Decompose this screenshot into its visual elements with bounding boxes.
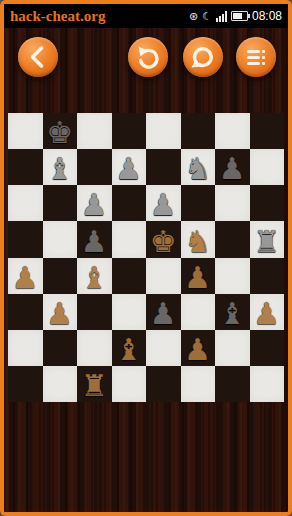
- undo-button[interactable]: [128, 37, 168, 77]
- white-pawn: ♟: [184, 334, 211, 366]
- square-e8[interactable]: [146, 113, 181, 149]
- square-c5[interactable]: ♟: [77, 221, 112, 257]
- square-b4[interactable]: [43, 258, 78, 294]
- square-c8[interactable]: [77, 113, 112, 149]
- undo-arrow-icon: [128, 37, 168, 77]
- signal-strength-icon: [216, 11, 227, 22]
- square-g8[interactable]: [215, 113, 250, 149]
- square-a1[interactable]: [8, 366, 43, 402]
- square-e1[interactable]: [146, 366, 181, 402]
- black-king: ♚: [46, 117, 73, 149]
- white-king: ♚: [150, 226, 177, 258]
- menu-button[interactable]: [236, 37, 276, 77]
- white-bishop: ♝: [115, 334, 142, 366]
- black-pawn: ♟: [219, 153, 246, 185]
- square-b8[interactable]: ♚: [43, 113, 78, 149]
- back-button[interactable]: [18, 37, 58, 77]
- white-rook: ♜: [81, 370, 108, 402]
- black-pawn: ♟: [81, 226, 108, 258]
- black-pawn: ♟: [115, 153, 142, 185]
- square-e7[interactable]: [146, 149, 181, 185]
- square-h4[interactable]: [250, 258, 285, 294]
- square-b2[interactable]: [43, 330, 78, 366]
- black-pawn: ♟: [81, 189, 108, 221]
- battery-icon: [231, 11, 248, 21]
- square-e2[interactable]: [146, 330, 181, 366]
- square-c4[interactable]: ♝: [77, 258, 112, 294]
- square-a6[interactable]: [8, 185, 43, 221]
- square-h3[interactable]: ♟: [250, 294, 285, 330]
- square-d5[interactable]: [112, 221, 147, 257]
- square-e5[interactable]: ♚: [146, 221, 181, 257]
- square-g2[interactable]: [215, 330, 250, 366]
- square-b1[interactable]: [43, 366, 78, 402]
- white-pawn: ♟: [12, 262, 39, 294]
- square-a5[interactable]: [8, 221, 43, 257]
- white-bishop: ♝: [81, 262, 108, 294]
- square-d7[interactable]: ♟: [112, 149, 147, 185]
- square-g3[interactable]: ♝: [215, 294, 250, 330]
- white-pawn: ♟: [184, 262, 211, 294]
- square-e6[interactable]: ♟: [146, 185, 181, 221]
- sync-circle-icon: ⊛: [189, 11, 198, 22]
- square-g5[interactable]: [215, 221, 250, 257]
- square-c3[interactable]: [77, 294, 112, 330]
- square-h2[interactable]: [250, 330, 285, 366]
- redo-button[interactable]: [183, 37, 223, 77]
- black-bishop: ♝: [46, 153, 73, 185]
- restart-arrow-icon: [183, 37, 223, 77]
- status-icons: ⊛ ☾ 08:08: [189, 9, 282, 23]
- square-h5[interactable]: ♜: [250, 221, 285, 257]
- square-a7[interactable]: [8, 149, 43, 185]
- black-bishop: ♝: [219, 298, 246, 330]
- square-c7[interactable]: [77, 149, 112, 185]
- square-h7[interactable]: [250, 149, 285, 185]
- square-g7[interactable]: ♟: [215, 149, 250, 185]
- square-h6[interactable]: [250, 185, 285, 221]
- square-f1[interactable]: [181, 366, 216, 402]
- square-g6[interactable]: [215, 185, 250, 221]
- square-c1[interactable]: ♜: [77, 366, 112, 402]
- square-e3[interactable]: ♟: [146, 294, 181, 330]
- moon-icon: ☾: [202, 11, 212, 22]
- black-rook: ♜: [253, 226, 280, 258]
- square-d3[interactable]: [112, 294, 147, 330]
- page-title: hack-cheat.org: [10, 8, 105, 25]
- chess-app-screen: hack-cheat.org ⊛ ☾ 08:08 ♚♝♟: [0, 0, 292, 516]
- square-b6[interactable]: [43, 185, 78, 221]
- square-h8[interactable]: [250, 113, 285, 149]
- chevron-left-icon: [18, 37, 58, 77]
- clock-time: 08:08: [252, 9, 282, 23]
- white-pawn: ♟: [46, 298, 73, 330]
- square-d6[interactable]: [112, 185, 147, 221]
- square-g1[interactable]: [215, 366, 250, 402]
- square-b3[interactable]: ♟: [43, 294, 78, 330]
- square-d2[interactable]: ♝: [112, 330, 147, 366]
- square-e4[interactable]: [146, 258, 181, 294]
- square-g4[interactable]: [215, 258, 250, 294]
- square-b7[interactable]: ♝: [43, 149, 78, 185]
- square-a8[interactable]: [8, 113, 43, 149]
- square-f2[interactable]: ♟: [181, 330, 216, 366]
- menu-list-icon: [247, 50, 265, 65]
- black-pawn: ♟: [150, 298, 177, 330]
- black-pawn: ♟: [150, 189, 177, 221]
- square-b5[interactable]: [43, 221, 78, 257]
- white-pawn: ♟: [253, 298, 280, 330]
- square-c2[interactable]: [77, 330, 112, 366]
- white-knight: ♞: [184, 226, 211, 258]
- square-a3[interactable]: [8, 294, 43, 330]
- square-d4[interactable]: [112, 258, 147, 294]
- square-c6[interactable]: ♟: [77, 185, 112, 221]
- status-bar: hack-cheat.org ⊛ ☾ 08:08: [4, 4, 288, 28]
- square-f8[interactable]: [181, 113, 216, 149]
- square-h1[interactable]: [250, 366, 285, 402]
- square-f6[interactable]: [181, 185, 216, 221]
- square-f5[interactable]: ♞: [181, 221, 216, 257]
- chess-board: ♚♝♟♞♟♟♟♟♚♞♜♟♝♟♟♟♝♟♝♟♜: [8, 113, 284, 402]
- square-f3[interactable]: [181, 294, 216, 330]
- black-knight: ♞: [184, 153, 211, 185]
- square-a4[interactable]: ♟: [8, 258, 43, 294]
- square-d8[interactable]: [112, 113, 147, 149]
- square-f4[interactable]: ♟: [181, 258, 216, 294]
- square-d1[interactable]: [112, 366, 147, 402]
- square-f7[interactable]: ♞: [181, 149, 216, 185]
- square-a2[interactable]: [8, 330, 43, 366]
